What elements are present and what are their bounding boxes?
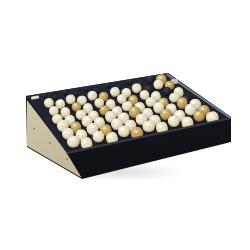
toggle-switch-icon bbox=[52, 94, 56, 99]
screw-icon bbox=[33, 128, 35, 130]
screw-icon bbox=[49, 142, 51, 144]
screw-icon bbox=[66, 158, 68, 160]
toggle-switch-icon bbox=[127, 79, 131, 84]
toggle-switch-icon bbox=[63, 90, 67, 95]
product-photo bbox=[0, 0, 250, 250]
